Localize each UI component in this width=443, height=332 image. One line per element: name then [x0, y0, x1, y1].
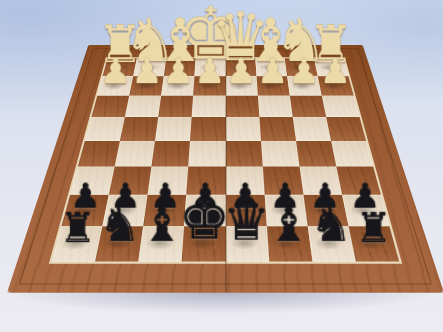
square-b5[interactable]: [296, 141, 336, 167]
piece-black-rook-h8[interactable]: ♜: [59, 208, 96, 247]
square-c4[interactable]: [259, 117, 296, 140]
piece-white-pawn-g2[interactable]: ♟: [131, 55, 162, 88]
square-d4[interactable]: [226, 117, 261, 140]
square-h8[interactable]: ♜: [52, 226, 103, 261]
square-b8[interactable]: ♞: [307, 226, 355, 261]
square-g8[interactable]: ♞: [95, 226, 143, 261]
square-c8[interactable]: ♝: [266, 226, 312, 261]
piece-black-rook-a8[interactable]: ♜: [356, 208, 393, 247]
square-d3[interactable]: [226, 96, 260, 117]
square-c2[interactable]: ♟: [256, 76, 289, 96]
square-g4[interactable]: [120, 117, 158, 140]
square-d8[interactable]: ♛: [226, 226, 269, 261]
piece-white-pawn-d2[interactable]: ♟: [226, 55, 257, 88]
square-e4[interactable]: [190, 117, 225, 140]
square-c3[interactable]: [258, 96, 293, 117]
square-h2[interactable]: ♟: [97, 76, 133, 96]
piece-white-pawn-h2[interactable]: ♟: [99, 55, 130, 88]
square-h4[interactable]: [85, 117, 125, 140]
piece-white-pawn-e2[interactable]: ♟: [194, 55, 225, 88]
square-e2[interactable]: ♟: [193, 76, 225, 96]
piece-white-pawn-f2[interactable]: ♟: [163, 55, 194, 88]
piece-white-pawn-c2[interactable]: ♟: [257, 55, 288, 88]
square-a2[interactable]: ♟: [318, 76, 354, 96]
piece-black-bishop-f8[interactable]: ♝: [141, 202, 183, 247]
square-f3[interactable]: [158, 96, 193, 117]
square-e8[interactable]: ♚: [182, 226, 225, 261]
piece-white-pawn-a2[interactable]: ♟: [320, 55, 351, 88]
square-d2[interactable]: ♟: [226, 76, 258, 96]
square-f5[interactable]: [152, 141, 191, 167]
square-g5[interactable]: [115, 141, 155, 167]
square-h5[interactable]: [78, 141, 120, 167]
photo-background: ♜♞♝♚♛♝♞♜♟♟♟♟♟♟♟♟♟♟♟♟♟♟♟♟♜♞♝♚♛♝♞♜: [0, 0, 443, 332]
chess-board: ♜♞♝♚♛♝♞♜♟♟♟♟♟♟♟♟♟♟♟♟♟♟♟♟♜♞♝♚♛♝♞♜: [7, 45, 443, 293]
square-b2[interactable]: ♟: [287, 76, 322, 96]
square-f2[interactable]: ♟: [161, 76, 194, 96]
square-b3[interactable]: [290, 96, 326, 117]
piece-black-knight-b8[interactable]: ♞: [310, 202, 352, 247]
square-b4[interactable]: [293, 117, 331, 140]
square-e3[interactable]: [192, 96, 226, 117]
piece-black-knight-g8[interactable]: ♞: [98, 202, 140, 247]
square-f4[interactable]: [155, 117, 192, 140]
square-a5[interactable]: [331, 141, 373, 167]
square-c5[interactable]: [261, 141, 300, 167]
square-a3[interactable]: [322, 96, 360, 117]
piece-white-pawn-b2[interactable]: ♟: [289, 55, 320, 88]
square-f8[interactable]: ♝: [139, 226, 185, 261]
square-a8[interactable]: ♜: [348, 226, 399, 261]
square-g3[interactable]: [125, 96, 161, 117]
piece-black-queen-d8[interactable]: ♛: [223, 196, 271, 246]
square-a4[interactable]: [326, 117, 366, 140]
square-h3[interactable]: [91, 96, 129, 117]
piece-black-bishop-c8[interactable]: ♝: [268, 202, 310, 247]
board-frame: ♜♞♝♚♛♝♞♜♟♟♟♟♟♟♟♟♟♟♟♟♟♟♟♟♜♞♝♚♛♝♞♜: [7, 45, 443, 293]
square-d5[interactable]: [226, 141, 263, 167]
square-g2[interactable]: ♟: [129, 76, 164, 96]
square-e5[interactable]: [189, 141, 226, 167]
